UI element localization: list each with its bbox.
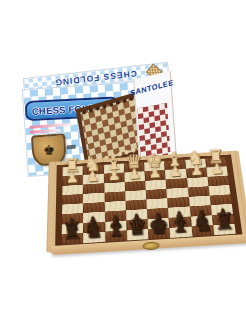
piece-dark-knight: ♞	[83, 219, 105, 243]
crest-chess-piece-icon: ♚	[43, 143, 56, 157]
piece-light-pawn: ♟	[86, 169, 100, 184]
piece-dark-bishop: ♝	[105, 217, 127, 241]
square: ♟	[124, 171, 145, 181]
piece-light-pawn: ♟	[169, 164, 183, 179]
brand-name: SANTOLEE	[127, 77, 177, 98]
piece-dark-queen: ♛	[126, 216, 148, 240]
piece-dark-king: ♚	[148, 215, 170, 239]
piece-light-pawn: ♟	[189, 162, 203, 177]
square: ♟	[62, 175, 83, 185]
piece-dark-bishop: ♝	[170, 214, 192, 238]
piece-light-pawn: ♟	[66, 170, 80, 185]
chess-board: ♜♞♝♛♚♝♞♜♟♟♟♟♟♟♟♟♟♟♟♟♟♟♟♟♜♞♝♛♚♝♞♜	[62, 157, 236, 244]
square: ♜	[62, 233, 84, 245]
piece-light-pawn: ♟	[127, 166, 141, 181]
piece-light-pawn: ♟	[107, 167, 121, 182]
square: ♟	[104, 173, 125, 183]
box-small-mark	[67, 145, 76, 150]
square: ♞	[191, 225, 214, 236]
product-photo: CHESS FOLDING CHESS FOLDING ♚ SANTOLEE ♜…	[0, 0, 246, 328]
chess-board-assembly: ♜♞♝♛♚♝♞♜♟♟♟♟♟♟♟♟♟♟♟♟♟♟♟♟♜♞♝♛♚♝♞♜	[49, 150, 246, 272]
square: ♚	[148, 228, 170, 240]
square: ♛	[127, 229, 149, 241]
square: ♜	[213, 224, 236, 235]
square: ♝	[105, 230, 127, 242]
brass-latch-icon	[142, 241, 159, 250]
piece-light-pawn: ♟	[210, 161, 224, 176]
board-border-band: ♜♞♝♛♚♝♞♜♟♟♟♟♟♟♟♟♟♟♟♟♟♟♟♟♜♞♝♛♚♝♞♜	[55, 154, 243, 248]
piece-dark-rook: ♜	[213, 211, 235, 235]
square: ♝	[170, 226, 193, 238]
piece-dark-knight: ♞	[192, 212, 214, 236]
piece-dark-rook: ♜	[61, 220, 83, 244]
square: ♟	[83, 174, 104, 184]
piece-light-pawn: ♟	[148, 165, 162, 180]
square: ♟	[186, 168, 208, 178]
square: ♞	[83, 232, 105, 244]
